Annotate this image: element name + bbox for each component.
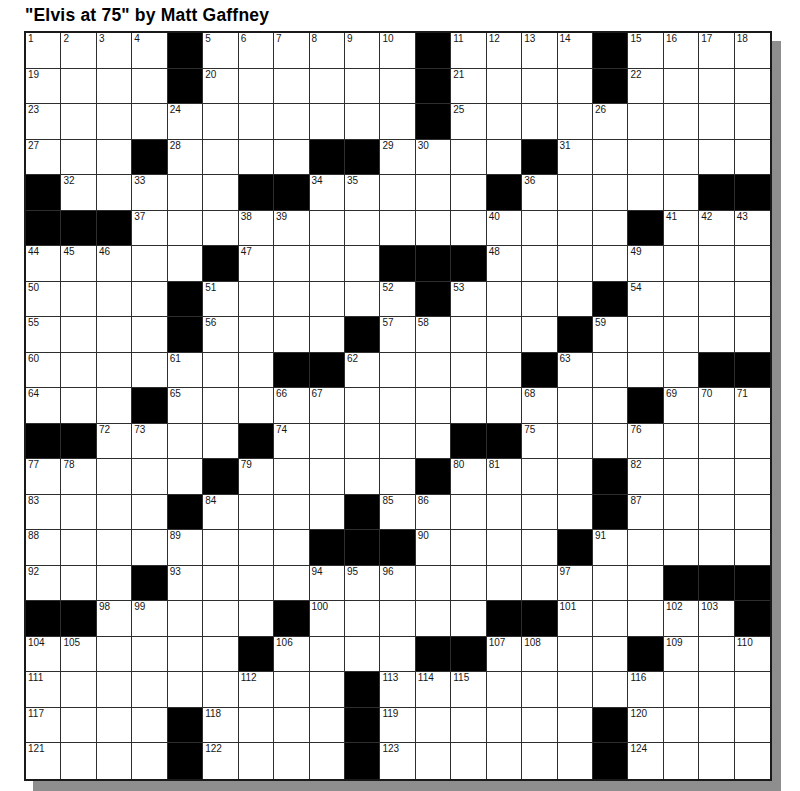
cell-r7c19[interactable] (664, 246, 699, 282)
cell-r20c11[interactable]: 119 (380, 708, 415, 744)
cell-r2c8[interactable] (274, 69, 309, 105)
cell-r4c3[interactable] (97, 140, 132, 176)
cell-r13c7[interactable]: 79 (239, 459, 274, 495)
cell-r3c1[interactable]: 23 (26, 104, 61, 140)
cell-r5c10[interactable]: 35 (345, 175, 380, 211)
cell-r21c19[interactable] (664, 743, 699, 779)
cell-r9c2[interactable] (61, 317, 96, 353)
cell-r21c15[interactable] (522, 743, 557, 779)
cell-r21c16[interactable] (558, 743, 593, 779)
cell-r14c6[interactable]: 84 (203, 495, 238, 531)
cell-r1c2[interactable]: 2 (61, 33, 96, 69)
cell-r20c8[interactable] (274, 708, 309, 744)
cell-r16c2[interactable] (61, 566, 96, 602)
cell-r7c15[interactable] (522, 246, 557, 282)
cell-r20c18[interactable]: 120 (628, 708, 663, 744)
cell-r15c5[interactable]: 89 (168, 530, 203, 566)
cell-r14c7[interactable] (239, 495, 274, 531)
cell-r7c3[interactable]: 46 (97, 246, 132, 282)
cell-r8c7[interactable] (239, 282, 274, 318)
cell-r1c11[interactable]: 10 (380, 33, 415, 69)
cell-r20c14[interactable] (487, 708, 522, 744)
cell-r5c19[interactable] (664, 175, 699, 211)
cell-r3c9[interactable] (310, 104, 345, 140)
cell-r9c9[interactable] (310, 317, 345, 353)
cell-r17c5[interactable] (168, 601, 203, 637)
cell-r2c4[interactable] (132, 69, 167, 105)
cell-r10c18[interactable] (628, 353, 663, 389)
cell-r10c1[interactable]: 60 (26, 353, 61, 389)
cell-r1c18[interactable]: 15 (628, 33, 663, 69)
cell-r1c16[interactable]: 14 (558, 33, 593, 69)
cell-r18c14[interactable]: 107 (487, 637, 522, 673)
cell-r1c7[interactable]: 6 (239, 33, 274, 69)
cell-r8c15[interactable] (522, 282, 557, 318)
cell-r15c12[interactable]: 90 (416, 530, 451, 566)
cell-r3c6[interactable] (203, 104, 238, 140)
cell-r13c5[interactable] (168, 459, 203, 495)
cell-r15c7[interactable] (239, 530, 274, 566)
cell-r3c8[interactable] (274, 104, 309, 140)
cell-r1c10[interactable]: 9 (345, 33, 380, 69)
cell-r4c16[interactable]: 31 (558, 140, 593, 176)
cell-r20c12[interactable] (416, 708, 451, 744)
cell-r10c19[interactable] (664, 353, 699, 389)
cell-r8c10[interactable] (345, 282, 380, 318)
cell-r15c18[interactable] (628, 530, 663, 566)
cell-r21c1[interactable]: 121 (26, 743, 61, 779)
cell-r4c11[interactable]: 29 (380, 140, 415, 176)
cell-r4c6[interactable] (203, 140, 238, 176)
cell-r19c20[interactable] (699, 672, 734, 708)
cell-r19c6[interactable] (203, 672, 238, 708)
cell-r11c10[interactable] (345, 388, 380, 424)
cell-r16c17[interactable] (593, 566, 628, 602)
cell-r14c14[interactable] (487, 495, 522, 531)
cell-r2c21[interactable] (735, 69, 770, 105)
cell-r4c21[interactable] (735, 140, 770, 176)
cell-r20c7[interactable] (239, 708, 274, 744)
cell-r4c13[interactable] (451, 140, 486, 176)
cell-r6c11[interactable] (380, 211, 415, 247)
cell-r19c1[interactable]: 111 (26, 672, 61, 708)
cell-r13c2[interactable]: 78 (61, 459, 96, 495)
cell-r18c11[interactable] (380, 637, 415, 673)
cell-r8c4[interactable] (132, 282, 167, 318)
cell-r7c1[interactable]: 44 (26, 246, 61, 282)
cell-r19c18[interactable]: 116 (628, 672, 663, 708)
cell-r11c21[interactable]: 71 (735, 388, 770, 424)
cell-r4c12[interactable]: 30 (416, 140, 451, 176)
cell-r15c4[interactable] (132, 530, 167, 566)
cell-r16c3[interactable] (97, 566, 132, 602)
cell-r7c16[interactable] (558, 246, 593, 282)
cell-r16c18[interactable] (628, 566, 663, 602)
cell-r19c21[interactable] (735, 672, 770, 708)
cell-r9c11[interactable]: 57 (380, 317, 415, 353)
cell-r9c18[interactable] (628, 317, 663, 353)
cell-r21c11[interactable]: 123 (380, 743, 415, 779)
cell-r12c6[interactable] (203, 424, 238, 460)
cell-r19c16[interactable] (558, 672, 593, 708)
cell-r5c13[interactable] (451, 175, 486, 211)
cell-r16c13[interactable] (451, 566, 486, 602)
cell-r14c16[interactable] (558, 495, 593, 531)
cell-r9c17[interactable]: 59 (593, 317, 628, 353)
cell-r5c15[interactable]: 36 (522, 175, 557, 211)
cell-r14c12[interactable]: 86 (416, 495, 451, 531)
cell-r2c14[interactable] (487, 69, 522, 105)
cell-r7c9[interactable] (310, 246, 345, 282)
cell-r6c12[interactable] (416, 211, 451, 247)
cell-r19c7[interactable]: 112 (239, 672, 274, 708)
cell-r6c15[interactable] (522, 211, 557, 247)
cell-r2c1[interactable]: 19 (26, 69, 61, 105)
cell-r10c6[interactable] (203, 353, 238, 389)
cell-r11c16[interactable] (558, 388, 593, 424)
cell-r15c19[interactable] (664, 530, 699, 566)
cell-r3c21[interactable] (735, 104, 770, 140)
cell-r8c1[interactable]: 50 (26, 282, 61, 318)
cell-r7c14[interactable]: 48 (487, 246, 522, 282)
cell-r10c4[interactable] (132, 353, 167, 389)
cell-r16c10[interactable]: 95 (345, 566, 380, 602)
cell-r19c15[interactable] (522, 672, 557, 708)
cell-r11c12[interactable] (416, 388, 451, 424)
cell-r18c16[interactable] (558, 637, 593, 673)
cell-r13c19[interactable] (664, 459, 699, 495)
cell-r13c11[interactable] (380, 459, 415, 495)
cell-r8c8[interactable] (274, 282, 309, 318)
cell-r19c13[interactable]: 115 (451, 672, 486, 708)
cell-r10c17[interactable] (593, 353, 628, 389)
cell-r16c12[interactable] (416, 566, 451, 602)
cell-r6c8[interactable]: 39 (274, 211, 309, 247)
cell-r16c11[interactable]: 96 (380, 566, 415, 602)
cell-r21c8[interactable] (274, 743, 309, 779)
cell-r2c18[interactable]: 22 (628, 69, 663, 105)
cell-r19c14[interactable] (487, 672, 522, 708)
cell-r10c13[interactable] (451, 353, 486, 389)
cell-r20c19[interactable] (664, 708, 699, 744)
cell-r3c16[interactable] (558, 104, 593, 140)
cell-r13c18[interactable]: 82 (628, 459, 663, 495)
cell-r14c18[interactable]: 87 (628, 495, 663, 531)
cell-r8c3[interactable] (97, 282, 132, 318)
cell-r9c1[interactable]: 55 (26, 317, 61, 353)
cell-r17c16[interactable]: 101 (558, 601, 593, 637)
cell-r11c17[interactable] (593, 388, 628, 424)
cell-r9c8[interactable] (274, 317, 309, 353)
cell-r9c20[interactable] (699, 317, 734, 353)
cell-r12c5[interactable] (168, 424, 203, 460)
cell-r8c18[interactable]: 54 (628, 282, 663, 318)
cell-r13c1[interactable]: 77 (26, 459, 61, 495)
cell-r5c9[interactable]: 34 (310, 175, 345, 211)
cell-r3c7[interactable] (239, 104, 274, 140)
cell-r2c6[interactable]: 20 (203, 69, 238, 105)
cell-r2c9[interactable] (310, 69, 345, 105)
cell-r1c9[interactable]: 8 (310, 33, 345, 69)
cell-r5c17[interactable] (593, 175, 628, 211)
cell-r12c3[interactable]: 72 (97, 424, 132, 460)
cell-r18c9[interactable] (310, 637, 345, 673)
cell-r1c15[interactable]: 13 (522, 33, 557, 69)
cell-r18c15[interactable]: 108 (522, 637, 557, 673)
cell-r14c13[interactable] (451, 495, 486, 531)
cell-r12c8[interactable]: 74 (274, 424, 309, 460)
cell-r1c14[interactable]: 12 (487, 33, 522, 69)
cell-r12c12[interactable] (416, 424, 451, 460)
cell-r13c15[interactable] (522, 459, 557, 495)
cell-r21c13[interactable] (451, 743, 486, 779)
cell-r12c19[interactable] (664, 424, 699, 460)
cell-r18c17[interactable] (593, 637, 628, 673)
cell-r9c15[interactable] (522, 317, 557, 353)
cell-r8c11[interactable]: 52 (380, 282, 415, 318)
cell-r17c12[interactable] (416, 601, 451, 637)
cell-r21c2[interactable] (61, 743, 96, 779)
cell-r15c8[interactable] (274, 530, 309, 566)
cell-r16c7[interactable] (239, 566, 274, 602)
cell-r19c4[interactable] (132, 672, 167, 708)
cell-r12c16[interactable] (558, 424, 593, 460)
cell-r3c19[interactable] (664, 104, 699, 140)
cell-r11c8[interactable]: 66 (274, 388, 309, 424)
cell-r17c10[interactable] (345, 601, 380, 637)
cell-r5c5[interactable] (168, 175, 203, 211)
cell-r3c11[interactable] (380, 104, 415, 140)
cell-r6c13[interactable] (451, 211, 486, 247)
cell-r20c20[interactable] (699, 708, 734, 744)
cell-r6c4[interactable]: 37 (132, 211, 167, 247)
cell-r20c21[interactable] (735, 708, 770, 744)
cell-r4c20[interactable] (699, 140, 734, 176)
cell-r17c19[interactable]: 102 (664, 601, 699, 637)
cell-r20c4[interactable] (132, 708, 167, 744)
cell-r15c2[interactable] (61, 530, 96, 566)
cell-r8c6[interactable]: 51 (203, 282, 238, 318)
cell-r3c3[interactable] (97, 104, 132, 140)
cell-r15c20[interactable] (699, 530, 734, 566)
cell-r17c3[interactable]: 98 (97, 601, 132, 637)
cell-r13c4[interactable] (132, 459, 167, 495)
cell-r11c9[interactable]: 67 (310, 388, 345, 424)
cell-r9c21[interactable] (735, 317, 770, 353)
cell-r19c2[interactable] (61, 672, 96, 708)
cell-r11c6[interactable] (203, 388, 238, 424)
cell-r5c16[interactable] (558, 175, 593, 211)
cell-r14c19[interactable] (664, 495, 699, 531)
cell-r11c13[interactable] (451, 388, 486, 424)
cell-r21c14[interactable] (487, 743, 522, 779)
cell-r8c16[interactable] (558, 282, 593, 318)
cell-r6c6[interactable] (203, 211, 238, 247)
cell-r7c7[interactable]: 47 (239, 246, 274, 282)
cell-r8c19[interactable] (664, 282, 699, 318)
cell-r12c4[interactable]: 73 (132, 424, 167, 460)
cell-r18c2[interactable]: 105 (61, 637, 96, 673)
cell-r7c8[interactable] (274, 246, 309, 282)
cell-r4c18[interactable] (628, 140, 663, 176)
cell-r17c20[interactable]: 103 (699, 601, 734, 637)
cell-r11c19[interactable]: 69 (664, 388, 699, 424)
cell-r5c2[interactable]: 32 (61, 175, 96, 211)
cell-r15c14[interactable] (487, 530, 522, 566)
cell-r2c11[interactable] (380, 69, 415, 105)
cell-r21c18[interactable]: 124 (628, 743, 663, 779)
cell-r6c20[interactable]: 42 (699, 211, 734, 247)
cell-r3c2[interactable] (61, 104, 96, 140)
cell-r14c20[interactable] (699, 495, 734, 531)
cell-r17c11[interactable] (380, 601, 415, 637)
cell-r20c13[interactable] (451, 708, 486, 744)
cell-r14c4[interactable] (132, 495, 167, 531)
cell-r21c12[interactable] (416, 743, 451, 779)
cell-r9c4[interactable] (132, 317, 167, 353)
cell-r17c13[interactable] (451, 601, 486, 637)
cell-r10c10[interactable]: 62 (345, 353, 380, 389)
cell-r18c20[interactable] (699, 637, 734, 673)
cell-r13c13[interactable]: 80 (451, 459, 486, 495)
cell-r19c3[interactable] (97, 672, 132, 708)
cell-r13c10[interactable] (345, 459, 380, 495)
cell-r20c6[interactable]: 118 (203, 708, 238, 744)
cell-r11c15[interactable]: 68 (522, 388, 557, 424)
cell-r11c7[interactable] (239, 388, 274, 424)
cell-r13c14[interactable]: 81 (487, 459, 522, 495)
cell-r7c4[interactable] (132, 246, 167, 282)
cell-r7c10[interactable] (345, 246, 380, 282)
cell-r14c9[interactable] (310, 495, 345, 531)
cell-r5c11[interactable] (380, 175, 415, 211)
cell-r14c3[interactable] (97, 495, 132, 531)
cell-r18c3[interactable] (97, 637, 132, 673)
cell-r6c21[interactable]: 43 (735, 211, 770, 247)
cell-r14c21[interactable] (735, 495, 770, 531)
cell-r10c3[interactable] (97, 353, 132, 389)
cell-r1c3[interactable]: 3 (97, 33, 132, 69)
cell-r20c1[interactable]: 117 (26, 708, 61, 744)
cell-r2c19[interactable] (664, 69, 699, 105)
cell-r7c21[interactable] (735, 246, 770, 282)
cell-r2c20[interactable] (699, 69, 734, 105)
cell-r12c15[interactable]: 75 (522, 424, 557, 460)
cell-r15c15[interactable] (522, 530, 557, 566)
cell-r16c8[interactable] (274, 566, 309, 602)
cell-r15c6[interactable] (203, 530, 238, 566)
cell-r3c5[interactable]: 24 (168, 104, 203, 140)
cell-r1c8[interactable]: 7 (274, 33, 309, 69)
cell-r3c10[interactable] (345, 104, 380, 140)
cell-r21c4[interactable] (132, 743, 167, 779)
cell-r17c7[interactable] (239, 601, 274, 637)
cell-r3c20[interactable] (699, 104, 734, 140)
cell-r21c6[interactable]: 122 (203, 743, 238, 779)
cell-r12c10[interactable] (345, 424, 380, 460)
cell-r14c8[interactable] (274, 495, 309, 531)
cell-r3c4[interactable] (132, 104, 167, 140)
cell-r1c21[interactable]: 18 (735, 33, 770, 69)
cell-r1c19[interactable]: 16 (664, 33, 699, 69)
cell-r18c4[interactable] (132, 637, 167, 673)
cell-r4c17[interactable] (593, 140, 628, 176)
cell-r16c1[interactable]: 92 (26, 566, 61, 602)
cell-r6c7[interactable]: 38 (239, 211, 274, 247)
cell-r19c17[interactable] (593, 672, 628, 708)
cell-r13c9[interactable] (310, 459, 345, 495)
cell-r9c13[interactable] (451, 317, 486, 353)
cell-r3c15[interactable] (522, 104, 557, 140)
cell-r10c2[interactable] (61, 353, 96, 389)
cell-r20c3[interactable] (97, 708, 132, 744)
cell-r19c11[interactable]: 113 (380, 672, 415, 708)
cell-r2c13[interactable]: 21 (451, 69, 486, 105)
cell-r7c5[interactable] (168, 246, 203, 282)
cell-r21c7[interactable] (239, 743, 274, 779)
cell-r6c17[interactable] (593, 211, 628, 247)
cell-r21c3[interactable] (97, 743, 132, 779)
cell-r8c20[interactable] (699, 282, 734, 318)
cell-r1c20[interactable]: 17 (699, 33, 734, 69)
cell-r17c9[interactable]: 100 (310, 601, 345, 637)
cell-r19c9[interactable] (310, 672, 345, 708)
cell-r20c15[interactable] (522, 708, 557, 744)
cell-r21c9[interactable] (310, 743, 345, 779)
cell-r6c5[interactable] (168, 211, 203, 247)
cell-r18c10[interactable] (345, 637, 380, 673)
cell-r16c9[interactable]: 94 (310, 566, 345, 602)
cell-r11c14[interactable] (487, 388, 522, 424)
cell-r1c4[interactable]: 4 (132, 33, 167, 69)
cell-r19c5[interactable] (168, 672, 203, 708)
cell-r12c11[interactable] (380, 424, 415, 460)
cell-r4c19[interactable] (664, 140, 699, 176)
cell-r20c9[interactable] (310, 708, 345, 744)
cell-r5c4[interactable]: 33 (132, 175, 167, 211)
cell-r17c6[interactable] (203, 601, 238, 637)
cell-r7c20[interactable] (699, 246, 734, 282)
cell-r14c11[interactable]: 85 (380, 495, 415, 531)
cell-r13c21[interactable] (735, 459, 770, 495)
cell-r3c14[interactable] (487, 104, 522, 140)
cell-r10c12[interactable] (416, 353, 451, 389)
cell-r5c18[interactable] (628, 175, 663, 211)
cell-r13c3[interactable] (97, 459, 132, 495)
cell-r8c9[interactable] (310, 282, 345, 318)
cell-r7c2[interactable]: 45 (61, 246, 96, 282)
cell-r19c8[interactable] (274, 672, 309, 708)
cell-r19c12[interactable]: 114 (416, 672, 451, 708)
cell-r2c15[interactable] (522, 69, 557, 105)
cell-r6c10[interactable] (345, 211, 380, 247)
cell-r2c10[interactable] (345, 69, 380, 105)
cell-r9c6[interactable]: 56 (203, 317, 238, 353)
cell-r17c17[interactable] (593, 601, 628, 637)
cell-r4c2[interactable] (61, 140, 96, 176)
cell-r9c3[interactable] (97, 317, 132, 353)
cell-r4c5[interactable]: 28 (168, 140, 203, 176)
cell-r10c7[interactable] (239, 353, 274, 389)
cell-r4c7[interactable] (239, 140, 274, 176)
cell-r12c9[interactable] (310, 424, 345, 460)
cell-r16c5[interactable]: 93 (168, 566, 203, 602)
cell-r7c17[interactable] (593, 246, 628, 282)
cell-r5c6[interactable] (203, 175, 238, 211)
cell-r8c21[interactable] (735, 282, 770, 318)
cell-r4c14[interactable] (487, 140, 522, 176)
cell-r13c8[interactable] (274, 459, 309, 495)
